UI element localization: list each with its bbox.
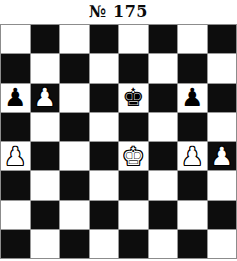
square-c5 [60,113,89,141]
square-a1 [1,230,30,258]
square-e1 [119,230,148,258]
square-f6 [149,84,178,112]
square-f3 [149,171,178,199]
chess-diagram-page: № 175 ♟♟♚♟♟♚♟♟ [0,0,237,261]
square-e5 [119,113,148,141]
square-b2 [31,201,60,229]
square-h5 [208,113,237,141]
square-g3 [178,171,207,199]
square-g5 [178,113,207,141]
square-e2 [119,201,148,229]
square-c1 [60,230,89,258]
square-b3 [31,171,60,199]
white-pawn: ♟ [34,85,56,110]
square-g4: ♟ [178,142,207,170]
white-pawn: ♟ [211,144,233,169]
square-d8 [90,25,119,53]
white-pawn: ♟ [4,144,26,169]
square-a6: ♟ [1,84,30,112]
square-h2 [208,201,237,229]
square-f7 [149,54,178,82]
square-c2 [60,201,89,229]
square-h1 [208,230,237,258]
square-a7 [1,54,30,82]
square-e7 [119,54,148,82]
square-f4 [149,142,178,170]
square-c3 [60,171,89,199]
black-pawn: ♟ [4,85,26,110]
square-b1 [31,230,60,258]
square-h4: ♟ [208,142,237,170]
square-h3 [208,171,237,199]
square-g1 [178,230,207,258]
black-pawn: ♟ [181,85,203,110]
square-g6: ♟ [178,84,207,112]
square-b8 [31,25,60,53]
square-f1 [149,230,178,258]
square-f2 [149,201,178,229]
square-d2 [90,201,119,229]
square-f5 [149,113,178,141]
square-h6 [208,84,237,112]
square-d7 [90,54,119,82]
square-e8 [119,25,148,53]
black-king: ♚ [122,85,144,110]
square-c8 [60,25,89,53]
square-a2 [1,201,30,229]
square-c4 [60,142,89,170]
square-a4: ♟ [1,142,30,170]
square-e4: ♚ [119,142,148,170]
square-a8 [1,25,30,53]
square-b4 [31,142,60,170]
square-g2 [178,201,207,229]
chess-board: ♟♟♚♟♟♚♟♟ [0,24,237,259]
square-b5 [31,113,60,141]
square-d6 [90,84,119,112]
square-d5 [90,113,119,141]
square-f8 [149,25,178,53]
white-pawn: ♟ [181,144,203,169]
white-king: ♚ [122,144,144,169]
square-g8 [178,25,207,53]
square-d3 [90,171,119,199]
square-e6: ♚ [119,84,148,112]
square-e3 [119,171,148,199]
square-a5 [1,113,30,141]
square-a3 [1,171,30,199]
square-g7 [178,54,207,82]
problem-number-title: № 175 [0,0,237,24]
square-d1 [90,230,119,258]
square-b6: ♟ [31,84,60,112]
square-h8 [208,25,237,53]
square-c6 [60,84,89,112]
square-h7 [208,54,237,82]
square-c7 [60,54,89,82]
square-b7 [31,54,60,82]
square-d4 [90,142,119,170]
